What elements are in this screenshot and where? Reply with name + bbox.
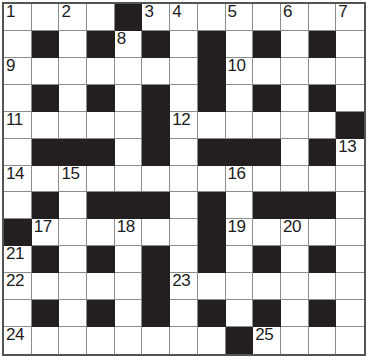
clue-number: 23 <box>172 271 190 291</box>
crossword-cell[interactable] <box>281 31 309 58</box>
blocked-cell <box>198 85 226 112</box>
crossword-cell[interactable] <box>59 273 87 300</box>
crossword-cell[interactable] <box>309 166 337 193</box>
crossword-cell[interactable] <box>309 112 337 139</box>
blocked-cell <box>115 4 143 31</box>
crossword-cell[interactable] <box>281 112 309 139</box>
crossword-cell[interactable] <box>87 327 115 354</box>
crossword-cell[interactable] <box>32 273 60 300</box>
crossword-cell[interactable]: 23 <box>170 273 198 300</box>
crossword-cell[interactable] <box>309 219 337 246</box>
blocked-cell <box>142 300 170 327</box>
crossword-cell[interactable]: 4 <box>170 4 198 31</box>
crossword-cell[interactable] <box>281 327 309 354</box>
crossword-cell[interactable] <box>170 219 198 246</box>
crossword-cell[interactable] <box>226 31 254 58</box>
crossword-cell[interactable] <box>59 327 87 354</box>
blocked-cell <box>32 31 60 58</box>
crossword-cell[interactable]: 20 <box>281 219 309 246</box>
crossword-cell[interactable] <box>253 219 281 246</box>
clue-number: 3 <box>144 2 153 22</box>
blocked-cell <box>198 139 226 166</box>
blocked-cell <box>226 139 254 166</box>
blocked-cell <box>87 192 115 219</box>
clue-number: 14 <box>6 164 24 184</box>
crossword-cell[interactable] <box>253 273 281 300</box>
crossword-cell[interactable] <box>309 4 337 31</box>
crossword-cell[interactable] <box>281 58 309 85</box>
crossword-cell[interactable] <box>170 300 198 327</box>
clue-number: 19 <box>228 217 246 237</box>
crossword-cell[interactable] <box>336 300 364 327</box>
crossword-cell[interactable]: 5 <box>226 4 254 31</box>
crossword-grid: 1234567891011121314151617181920212223242… <box>2 2 366 356</box>
crossword-cell[interactable] <box>115 58 143 85</box>
crossword-cell[interactable] <box>170 327 198 354</box>
crossword-cell[interactable] <box>115 112 143 139</box>
crossword-cell[interactable] <box>59 85 87 112</box>
crossword-cell[interactable] <box>87 273 115 300</box>
crossword-cell[interactable] <box>309 327 337 354</box>
crossword-cell[interactable]: 14 <box>4 166 32 193</box>
blocked-cell <box>142 246 170 273</box>
blocked-cell <box>142 85 170 112</box>
blocked-cell <box>281 192 309 219</box>
blocked-cell <box>253 31 281 58</box>
crossword-cell[interactable] <box>142 58 170 85</box>
crossword-cell[interactable]: 13 <box>336 139 364 166</box>
crossword-cell[interactable] <box>59 31 87 58</box>
crossword-cell[interactable] <box>336 58 364 85</box>
blocked-cell <box>32 139 60 166</box>
crossword-cell[interactable] <box>253 112 281 139</box>
blocked-cell <box>253 85 281 112</box>
blocked-cell <box>309 139 337 166</box>
crossword-cell[interactable] <box>281 300 309 327</box>
crossword-cell[interactable] <box>336 327 364 354</box>
crossword-cell[interactable] <box>198 327 226 354</box>
blocked-cell <box>253 300 281 327</box>
blocked-cell <box>198 300 226 327</box>
crossword-cell[interactable] <box>4 300 32 327</box>
clue-number: 5 <box>228 2 237 22</box>
clue-number: 13 <box>338 137 356 157</box>
crossword-cell[interactable] <box>32 327 60 354</box>
blocked-cell <box>142 112 170 139</box>
blocked-cell <box>87 31 115 58</box>
crossword-cell[interactable] <box>336 192 364 219</box>
crossword-cell[interactable] <box>59 219 87 246</box>
crossword-cell[interactable] <box>198 273 226 300</box>
clue-number: 18 <box>117 217 135 237</box>
crossword-cell[interactable] <box>4 192 32 219</box>
crossword-cell[interactable] <box>87 219 115 246</box>
crossword-cell[interactable]: 25 <box>253 327 281 354</box>
blocked-cell <box>142 139 170 166</box>
crossword-cell[interactable]: 19 <box>226 219 254 246</box>
blocked-cell <box>87 85 115 112</box>
blocked-cell <box>198 192 226 219</box>
crossword-cell[interactable] <box>115 327 143 354</box>
blocked-cell <box>309 246 337 273</box>
clue-number: 17 <box>34 217 52 237</box>
clue-number: 6 <box>283 2 292 22</box>
clue-number: 25 <box>255 325 273 345</box>
crossword-cell[interactable] <box>115 85 143 112</box>
clue-number: 21 <box>6 244 24 264</box>
crossword-cell[interactable] <box>115 300 143 327</box>
clue-number: 10 <box>228 56 246 76</box>
blocked-cell <box>87 139 115 166</box>
blocked-cell <box>336 112 364 139</box>
crossword-cell[interactable]: 16 <box>226 166 254 193</box>
crossword-cell[interactable]: 22 <box>4 273 32 300</box>
crossword-cell[interactable]: 15 <box>59 166 87 193</box>
clue-number: 7 <box>338 2 347 22</box>
clue-number: 16 <box>228 164 246 184</box>
clue-number: 11 <box>6 110 23 130</box>
blocked-cell <box>87 246 115 273</box>
crossword-board: 1234567891011121314151617181920212223242… <box>0 0 372 362</box>
clue-number: 8 <box>117 29 126 49</box>
crossword-cell[interactable]: 10 <box>226 58 254 85</box>
clue-number: 9 <box>6 56 15 76</box>
crossword-cell[interactable] <box>198 4 226 31</box>
crossword-cell[interactable] <box>281 246 309 273</box>
crossword-cell[interactable]: 1 <box>4 4 32 31</box>
crossword-cell[interactable] <box>4 139 32 166</box>
crossword-cell[interactable] <box>87 112 115 139</box>
crossword-cell[interactable] <box>336 246 364 273</box>
crossword-cell[interactable] <box>32 4 60 31</box>
blocked-cell <box>32 85 60 112</box>
crossword-cell[interactable] <box>170 58 198 85</box>
crossword-cell[interactable] <box>59 192 87 219</box>
crossword-cell[interactable] <box>336 31 364 58</box>
clue-number: 22 <box>6 271 24 291</box>
blocked-cell <box>309 85 337 112</box>
crossword-cell[interactable] <box>142 166 170 193</box>
crossword-cell[interactable] <box>59 58 87 85</box>
crossword-cell[interactable] <box>115 139 143 166</box>
blocked-cell <box>198 219 226 246</box>
blocked-cell <box>253 192 281 219</box>
blocked-cell <box>142 273 170 300</box>
crossword-cell[interactable]: 21 <box>4 246 32 273</box>
clue-number: 24 <box>6 325 24 345</box>
crossword-cell[interactable] <box>281 273 309 300</box>
crossword-cell[interactable] <box>170 85 198 112</box>
crossword-cell[interactable] <box>226 300 254 327</box>
crossword-cell[interactable] <box>170 139 198 166</box>
blocked-cell <box>253 246 281 273</box>
crossword-cell[interactable] <box>253 58 281 85</box>
crossword-cell[interactable] <box>59 300 87 327</box>
blocked-cell <box>226 327 254 354</box>
blocked-cell <box>198 31 226 58</box>
crossword-cell[interactable] <box>198 112 226 139</box>
crossword-cell[interactable] <box>59 246 87 273</box>
crossword-cell[interactable] <box>142 219 170 246</box>
crossword-cell[interactable] <box>253 4 281 31</box>
blocked-cell <box>253 139 281 166</box>
crossword-cell[interactable] <box>87 4 115 31</box>
blocked-cell <box>198 58 226 85</box>
blocked-cell <box>32 300 60 327</box>
clue-number: 2 <box>61 2 70 22</box>
crossword-cell[interactable]: 6 <box>281 4 309 31</box>
crossword-cell[interactable] <box>32 166 60 193</box>
crossword-cell[interactable] <box>226 273 254 300</box>
crossword-cell[interactable] <box>142 327 170 354</box>
blocked-cell <box>198 246 226 273</box>
crossword-cell[interactable] <box>336 85 364 112</box>
crossword-cell[interactable] <box>226 85 254 112</box>
blocked-cell <box>4 219 32 246</box>
crossword-cell[interactable] <box>226 246 254 273</box>
blocked-cell <box>32 192 60 219</box>
blocked-cell <box>309 300 337 327</box>
crossword-cell[interactable] <box>170 246 198 273</box>
crossword-cell[interactable] <box>87 166 115 193</box>
crossword-cell[interactable] <box>170 31 198 58</box>
crossword-cell[interactable] <box>170 192 198 219</box>
crossword-cell[interactable] <box>309 273 337 300</box>
crossword-cell[interactable] <box>226 112 254 139</box>
crossword-cell[interactable] <box>115 246 143 273</box>
crossword-cell[interactable] <box>281 139 309 166</box>
crossword-cell[interactable] <box>336 166 364 193</box>
crossword-cell[interactable]: 18 <box>115 219 143 246</box>
blocked-cell <box>115 192 143 219</box>
crossword-cell[interactable] <box>32 58 60 85</box>
blocked-cell <box>142 192 170 219</box>
crossword-cell[interactable]: 24 <box>4 327 32 354</box>
blocked-cell <box>309 31 337 58</box>
crossword-cell[interactable]: 9 <box>4 58 32 85</box>
crossword-cell[interactable] <box>198 166 226 193</box>
crossword-cell[interactable]: 17 <box>32 219 60 246</box>
crossword-cell[interactable]: 2 <box>59 4 87 31</box>
crossword-cell[interactable] <box>281 85 309 112</box>
crossword-cell[interactable] <box>253 166 281 193</box>
crossword-cell[interactable] <box>115 273 143 300</box>
crossword-cell[interactable] <box>59 112 87 139</box>
blocked-cell <box>59 139 87 166</box>
blocked-cell <box>32 246 60 273</box>
crossword-cell[interactable] <box>170 166 198 193</box>
clue-number: 12 <box>172 110 190 130</box>
crossword-cell[interactable] <box>281 166 309 193</box>
crossword-cell[interactable] <box>309 58 337 85</box>
crossword-cell[interactable] <box>87 58 115 85</box>
clue-number: 15 <box>61 164 79 184</box>
clue-number: 20 <box>283 217 301 237</box>
blocked-cell <box>87 300 115 327</box>
crossword-cell[interactable]: 12 <box>170 112 198 139</box>
crossword-cell[interactable]: 3 <box>142 4 170 31</box>
crossword-cell[interactable] <box>32 112 60 139</box>
crossword-cell[interactable]: 11 <box>4 112 32 139</box>
crossword-cell[interactable] <box>4 31 32 58</box>
clue-number: 4 <box>172 2 181 22</box>
crossword-cell[interactable] <box>115 166 143 193</box>
crossword-cell[interactable]: 7 <box>336 4 364 31</box>
crossword-cell[interactable] <box>336 219 364 246</box>
blocked-cell <box>309 192 337 219</box>
crossword-cell[interactable]: 8 <box>115 31 143 58</box>
crossword-cell[interactable] <box>4 85 32 112</box>
crossword-cell[interactable] <box>336 273 364 300</box>
clue-number: 1 <box>6 2 15 22</box>
crossword-cell[interactable] <box>226 192 254 219</box>
blocked-cell <box>142 31 170 58</box>
